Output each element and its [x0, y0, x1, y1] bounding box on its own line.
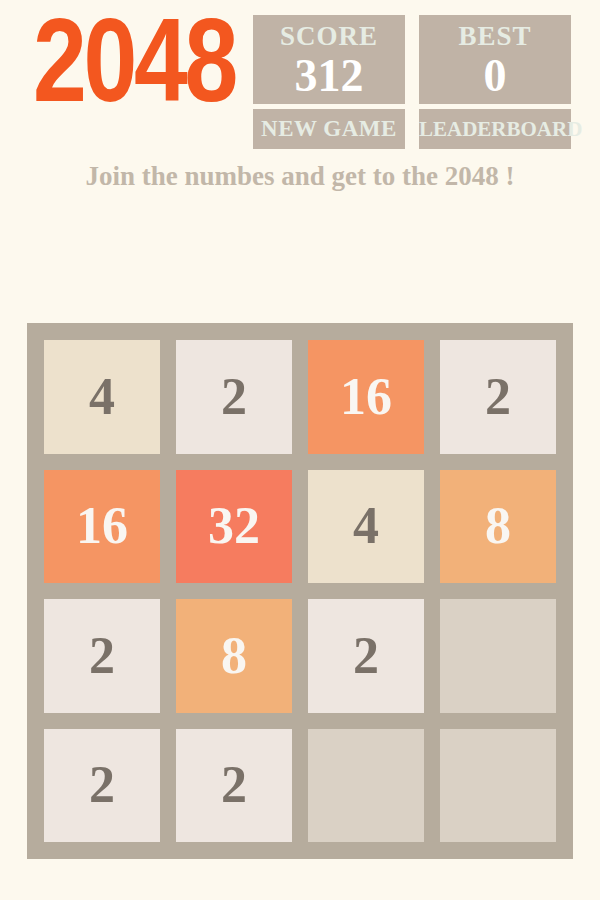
tile-2-r3c3: 2 [308, 599, 424, 713]
new-game-button[interactable]: NEW GAME [253, 109, 405, 149]
tile-2-r1c2: 2 [176, 340, 292, 454]
leaderboard-button[interactable]: LEADERBOARD [419, 109, 571, 149]
best-value: 0 [419, 52, 571, 100]
tile-4-r2c3: 4 [308, 470, 424, 584]
empty-cell-r3c4 [440, 599, 556, 713]
best-box: BEST 0 [419, 15, 571, 104]
best-label: BEST [419, 22, 571, 52]
app-logo: 2048 [33, 2, 235, 118]
tile-8-r3c2: 8 [176, 599, 292, 713]
tile-4-r1c1: 4 [44, 340, 160, 454]
score-label: SCORE [253, 22, 405, 52]
empty-cell-r4c3 [308, 729, 424, 843]
tile-32-r2c2: 32 [176, 470, 292, 584]
score-value: 312 [253, 52, 405, 100]
tile-2-r3c1: 2 [44, 599, 160, 713]
tile-2-r1c4: 2 [440, 340, 556, 454]
tile-2-r4c1: 2 [44, 729, 160, 843]
game-board[interactable]: 4216216324828222 [27, 323, 573, 859]
score-box: SCORE 312 [253, 15, 405, 104]
tile-2-r4c2: 2 [176, 729, 292, 843]
tile-16-r2c1: 16 [44, 470, 160, 584]
tagline: Join the numbes and get to the 2048 ! [0, 161, 600, 192]
tile-16-r1c3: 16 [308, 340, 424, 454]
tile-8-r2c4: 8 [440, 470, 556, 584]
app-2048: 2048 SCORE 312 BEST 0 NEW GAME LEADERBOA… [0, 0, 600, 900]
empty-cell-r4c4 [440, 729, 556, 843]
